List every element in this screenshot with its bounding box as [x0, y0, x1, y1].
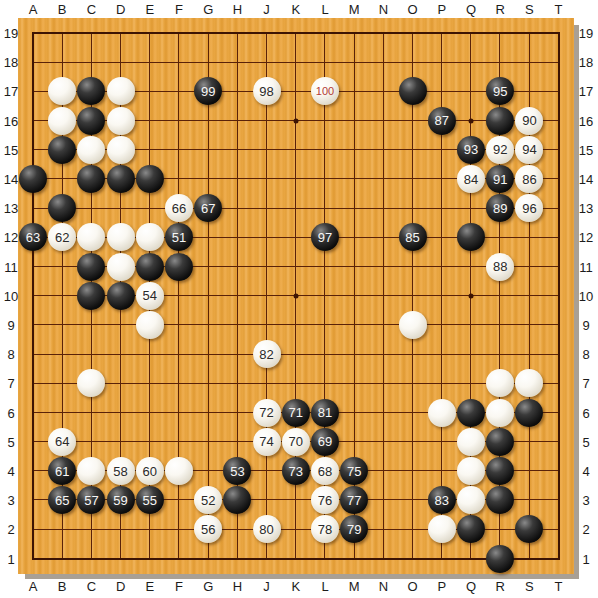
point-G16	[194, 106, 223, 135]
stone-black-S6	[515, 399, 543, 427]
stone-black-C17	[77, 77, 105, 105]
stone-white-S16-move-90: 90	[515, 107, 543, 135]
point-H6	[223, 398, 252, 427]
point-F19	[164, 18, 193, 47]
point-G15	[194, 135, 223, 164]
stone-black-A12-move-63: 63	[19, 223, 47, 251]
row-label-left-15: 15	[4, 143, 18, 156]
point-A5	[18, 427, 47, 456]
col-label-bottom-Q: Q	[466, 580, 476, 593]
move-number: 79	[347, 522, 361, 537]
point-M14	[339, 164, 368, 193]
col-label-top-K: K	[291, 3, 300, 16]
point-M15	[339, 135, 368, 164]
stone-white-D15	[107, 136, 135, 164]
point-A7	[18, 369, 47, 398]
point-P10	[427, 281, 456, 310]
col-label-top-M: M	[349, 3, 360, 16]
stone-white-J2-move-80: 80	[253, 515, 281, 543]
point-P13	[427, 194, 456, 223]
row-label-left-16: 16	[4, 114, 18, 127]
col-label-bottom-F: F	[175, 580, 183, 593]
col-label-top-A: A	[29, 3, 38, 16]
point-K17	[281, 77, 310, 106]
row-label-right-15: 15	[579, 143, 593, 156]
move-number: 69	[318, 434, 332, 449]
stone-black-H4-move-53: 53	[223, 457, 251, 485]
col-label-bottom-G: G	[203, 580, 213, 593]
move-number: 95	[493, 84, 507, 99]
point-S4	[515, 456, 544, 485]
point-N3	[369, 485, 398, 514]
point-N9	[369, 310, 398, 339]
col-label-bottom-K: K	[291, 580, 300, 593]
point-A2	[18, 515, 47, 544]
point-E7	[135, 369, 164, 398]
stone-black-Q6	[457, 399, 485, 427]
col-label-top-F: F	[175, 3, 183, 16]
move-number: 88	[493, 259, 507, 274]
point-O3	[398, 485, 427, 514]
point-T2	[544, 515, 573, 544]
stone-white-L2-move-78: 78	[311, 515, 339, 543]
stone-black-Q12	[457, 223, 485, 251]
point-Q9	[456, 310, 485, 339]
row-label-right-16: 16	[579, 114, 593, 127]
point-T9	[544, 310, 573, 339]
point-N17	[369, 77, 398, 106]
point-B6	[48, 398, 77, 427]
row-label-right-1: 1	[582, 552, 589, 565]
point-H5	[223, 427, 252, 456]
point-T18	[544, 48, 573, 77]
stone-white-J6-move-72: 72	[253, 399, 281, 427]
move-number: 66	[172, 201, 186, 216]
point-P14	[427, 164, 456, 193]
point-A18	[18, 48, 47, 77]
row-label-left-9: 9	[7, 319, 14, 332]
point-O15	[398, 135, 427, 164]
point-T12	[544, 223, 573, 252]
stone-black-R5	[486, 428, 514, 456]
point-N19	[369, 18, 398, 47]
col-label-top-T: T	[555, 3, 563, 16]
point-E8	[135, 339, 164, 368]
point-C8	[77, 339, 106, 368]
move-number: 68	[318, 464, 332, 479]
point-K8	[281, 339, 310, 368]
point-N1	[369, 544, 398, 573]
point-Q18	[456, 48, 485, 77]
stone-white-P6	[428, 399, 456, 427]
stone-white-D17	[107, 77, 135, 105]
point-C5	[77, 427, 106, 456]
stone-white-C15	[77, 136, 105, 164]
point-H11	[223, 252, 252, 281]
stone-white-Q5	[457, 428, 485, 456]
point-B19	[48, 18, 77, 47]
point-H15	[223, 135, 252, 164]
stone-white-B5-move-64: 64	[48, 428, 76, 456]
move-number: 93	[464, 142, 478, 157]
point-D2	[106, 515, 135, 544]
row-label-right-6: 6	[582, 406, 589, 419]
row-label-left-14: 14	[4, 173, 18, 186]
point-A13	[18, 194, 47, 223]
stone-white-L4-move-68: 68	[311, 457, 339, 485]
point-K12	[281, 223, 310, 252]
point-B8	[48, 339, 77, 368]
point-L14	[310, 164, 339, 193]
stone-black-H3	[223, 486, 251, 514]
col-label-bottom-J: J	[263, 580, 270, 593]
stone-black-O17	[399, 77, 427, 105]
stone-black-C11	[77, 253, 105, 281]
move-number: 60	[143, 464, 157, 479]
col-label-bottom-N: N	[379, 580, 388, 593]
row-label-right-19: 19	[579, 27, 593, 40]
stone-white-B17	[48, 77, 76, 105]
point-K18	[281, 48, 310, 77]
point-G6	[194, 398, 223, 427]
move-number: 74	[259, 434, 273, 449]
point-M18	[339, 48, 368, 77]
move-number: 57	[84, 493, 98, 508]
row-label-left-3: 3	[7, 494, 14, 507]
point-T13	[544, 194, 573, 223]
move-number: 94	[522, 142, 536, 157]
col-label-bottom-P: P	[437, 580, 446, 593]
point-Q11	[456, 252, 485, 281]
col-label-bottom-R: R	[495, 580, 504, 593]
stone-white-K5-move-70: 70	[282, 428, 310, 456]
point-K19	[281, 18, 310, 47]
col-label-top-P: P	[437, 3, 446, 16]
col-label-bottom-C: C	[87, 580, 96, 593]
col-label-bottom-E: E	[145, 580, 154, 593]
point-K3	[281, 485, 310, 514]
stone-black-L6-move-81: 81	[311, 399, 339, 427]
stone-white-G2-move-56: 56	[194, 515, 222, 543]
col-label-bottom-B: B	[58, 580, 67, 593]
stone-white-F13-move-66: 66	[165, 194, 193, 222]
point-F7	[164, 369, 193, 398]
point-J11	[252, 252, 281, 281]
point-Q19	[456, 18, 485, 47]
point-B7	[48, 369, 77, 398]
row-label-left-19: 19	[4, 27, 18, 40]
point-F18	[164, 48, 193, 77]
point-A15	[18, 135, 47, 164]
stone-white-S7	[515, 369, 543, 397]
move-number: 63	[26, 230, 40, 245]
move-number: 61	[55, 464, 69, 479]
point-O4	[398, 456, 427, 485]
stone-black-L12-move-97: 97	[311, 223, 339, 251]
point-K1	[281, 544, 310, 573]
point-O10	[398, 281, 427, 310]
stone-black-G17-move-99: 99	[194, 77, 222, 105]
stone-black-K4-move-73: 73	[282, 457, 310, 485]
move-number: 90	[522, 113, 536, 128]
point-N13	[369, 194, 398, 223]
row-label-left-6: 6	[7, 406, 14, 419]
point-P17	[427, 77, 456, 106]
col-label-bottom-A: A	[29, 580, 38, 593]
point-A6	[18, 398, 47, 427]
point-G9	[194, 310, 223, 339]
move-number: 75	[347, 464, 361, 479]
point-H19	[223, 18, 252, 47]
point-A8	[18, 339, 47, 368]
point-L8	[310, 339, 339, 368]
point-M19	[339, 18, 368, 47]
row-label-left-2: 2	[7, 523, 14, 536]
row-label-left-13: 13	[4, 202, 18, 215]
star-point-K16	[293, 118, 298, 123]
stone-black-K6-move-71: 71	[282, 399, 310, 427]
row-label-left-10: 10	[4, 289, 18, 302]
point-D13	[106, 194, 135, 223]
point-N10	[369, 281, 398, 310]
move-number: 96	[522, 201, 536, 216]
point-F2	[164, 515, 193, 544]
point-N18	[369, 48, 398, 77]
stone-white-O9	[399, 311, 427, 339]
point-S3	[515, 485, 544, 514]
row-label-right-8: 8	[582, 348, 589, 361]
point-O1	[398, 544, 427, 573]
point-K2	[281, 515, 310, 544]
move-number: 62	[55, 230, 69, 245]
stone-white-S14-move-86: 86	[515, 165, 543, 193]
point-O16	[398, 106, 427, 135]
stone-white-Q3	[457, 486, 485, 514]
stone-black-M2-move-79: 79	[340, 515, 368, 543]
stone-black-L5-move-69: 69	[311, 428, 339, 456]
stone-white-D4-move-58: 58	[107, 457, 135, 485]
point-H18	[223, 48, 252, 77]
point-E13	[135, 194, 164, 223]
move-number: 78	[318, 522, 332, 537]
col-label-top-G: G	[203, 3, 213, 16]
point-E1	[135, 544, 164, 573]
point-R10	[485, 281, 514, 310]
point-B14	[48, 164, 77, 193]
point-B18	[48, 48, 77, 77]
move-number: 56	[201, 522, 215, 537]
stone-black-B3-move-65: 65	[48, 486, 76, 514]
move-number: 72	[259, 405, 273, 420]
point-S11	[515, 252, 544, 281]
point-P18	[427, 48, 456, 77]
point-F15	[164, 135, 193, 164]
point-C9	[77, 310, 106, 339]
stone-white-E10-move-54: 54	[136, 282, 164, 310]
row-label-right-10: 10	[579, 289, 593, 302]
stone-black-M3-move-77: 77	[340, 486, 368, 514]
move-number: 59	[113, 493, 127, 508]
stone-white-R6	[486, 399, 514, 427]
point-Q13	[456, 194, 485, 223]
point-F5	[164, 427, 193, 456]
point-J9	[252, 310, 281, 339]
col-label-top-N: N	[379, 3, 388, 16]
move-number: 92	[493, 142, 507, 157]
point-F9	[164, 310, 193, 339]
col-label-top-O: O	[408, 3, 418, 16]
point-K7	[281, 369, 310, 398]
point-M10	[339, 281, 368, 310]
stone-black-P16-move-87: 87	[428, 107, 456, 135]
point-K9	[281, 310, 310, 339]
point-T16	[544, 106, 573, 135]
move-number: 77	[347, 493, 361, 508]
row-label-right-14: 14	[579, 173, 593, 186]
move-number: 89	[493, 201, 507, 216]
point-P5	[427, 427, 456, 456]
point-O6	[398, 398, 427, 427]
point-Q8	[456, 339, 485, 368]
point-O14	[398, 164, 427, 193]
point-N2	[369, 515, 398, 544]
point-F6	[164, 398, 193, 427]
move-number: 97	[318, 230, 332, 245]
row-label-left-7: 7	[7, 377, 14, 390]
point-S9	[515, 310, 544, 339]
point-G11	[194, 252, 223, 281]
point-R12	[485, 223, 514, 252]
point-O2	[398, 515, 427, 544]
stone-black-B15	[48, 136, 76, 164]
point-G8	[194, 339, 223, 368]
stone-black-C16	[77, 107, 105, 135]
col-label-top-Q: Q	[466, 3, 476, 16]
point-J16	[252, 106, 281, 135]
point-H12	[223, 223, 252, 252]
point-L15	[310, 135, 339, 164]
stone-white-C4	[77, 457, 105, 485]
move-number: 83	[435, 493, 449, 508]
stone-white-L17-move-100: 100	[311, 77, 339, 105]
stone-black-A14	[19, 165, 47, 193]
point-F1	[164, 544, 193, 573]
point-A4	[18, 456, 47, 485]
point-K15	[281, 135, 310, 164]
point-N12	[369, 223, 398, 252]
point-J1	[252, 544, 281, 573]
point-C1	[77, 544, 106, 573]
point-O5	[398, 427, 427, 456]
point-S12	[515, 223, 544, 252]
row-label-right-18: 18	[579, 56, 593, 69]
point-L1	[310, 544, 339, 573]
row-label-right-11: 11	[579, 260, 593, 273]
move-number: 80	[259, 522, 273, 537]
row-label-left-12: 12	[4, 231, 18, 244]
point-K14	[281, 164, 310, 193]
point-P15	[427, 135, 456, 164]
col-label-bottom-H: H	[233, 580, 242, 593]
point-K11	[281, 252, 310, 281]
col-label-bottom-O: O	[408, 580, 418, 593]
col-label-top-C: C	[87, 3, 96, 16]
stone-black-R17-move-95: 95	[486, 77, 514, 105]
move-number: 52	[201, 493, 215, 508]
point-D8	[106, 339, 135, 368]
point-Q17	[456, 77, 485, 106]
stone-white-C12	[77, 223, 105, 251]
stone-black-R1	[486, 545, 514, 573]
stone-white-J8-move-82: 82	[253, 340, 281, 368]
point-D19	[106, 18, 135, 47]
point-H14	[223, 164, 252, 193]
col-label-bottom-M: M	[349, 580, 360, 593]
point-D6	[106, 398, 135, 427]
col-label-top-S: S	[525, 3, 534, 16]
move-number: 84	[464, 172, 478, 187]
stone-white-G3-move-52: 52	[194, 486, 222, 514]
point-D18	[106, 48, 135, 77]
stone-black-R4	[486, 457, 514, 485]
point-S1	[515, 544, 544, 573]
point-S5	[515, 427, 544, 456]
point-M17	[339, 77, 368, 106]
stone-black-B4-move-61: 61	[48, 457, 76, 485]
move-number: 54	[143, 288, 157, 303]
stone-white-Q4	[457, 457, 485, 485]
stone-white-R11-move-88: 88	[486, 253, 514, 281]
point-H7	[223, 369, 252, 398]
stone-black-C10	[77, 282, 105, 310]
point-E5	[135, 427, 164, 456]
point-G4	[194, 456, 223, 485]
stone-black-D10	[107, 282, 135, 310]
row-label-right-2: 2	[582, 523, 589, 536]
point-T5	[544, 427, 573, 456]
point-L13	[310, 194, 339, 223]
stone-white-D16	[107, 107, 135, 135]
stone-black-C14	[77, 165, 105, 193]
point-D1	[106, 544, 135, 573]
col-label-top-H: H	[233, 3, 242, 16]
stone-white-F4	[165, 457, 193, 485]
point-M6	[339, 398, 368, 427]
point-B2	[48, 515, 77, 544]
move-number: 81	[318, 405, 332, 420]
stone-white-S15-move-94: 94	[515, 136, 543, 164]
stone-black-R14-move-91: 91	[486, 165, 514, 193]
stone-black-R13-move-89: 89	[486, 194, 514, 222]
move-number: 64	[55, 434, 69, 449]
point-H8	[223, 339, 252, 368]
col-label-top-R: R	[495, 3, 504, 16]
point-R18	[485, 48, 514, 77]
stone-black-E11	[136, 253, 164, 281]
star-point-Q10	[469, 293, 474, 298]
stone-white-B16	[48, 107, 76, 135]
col-label-top-J: J	[263, 3, 270, 16]
stone-black-P3-move-83: 83	[428, 486, 456, 514]
point-T19	[544, 18, 573, 47]
point-K13	[281, 194, 310, 223]
point-N7	[369, 369, 398, 398]
move-number: 86	[522, 172, 536, 187]
point-L18	[310, 48, 339, 77]
stone-white-L3-move-76: 76	[311, 486, 339, 514]
point-T6	[544, 398, 573, 427]
point-N4	[369, 456, 398, 485]
